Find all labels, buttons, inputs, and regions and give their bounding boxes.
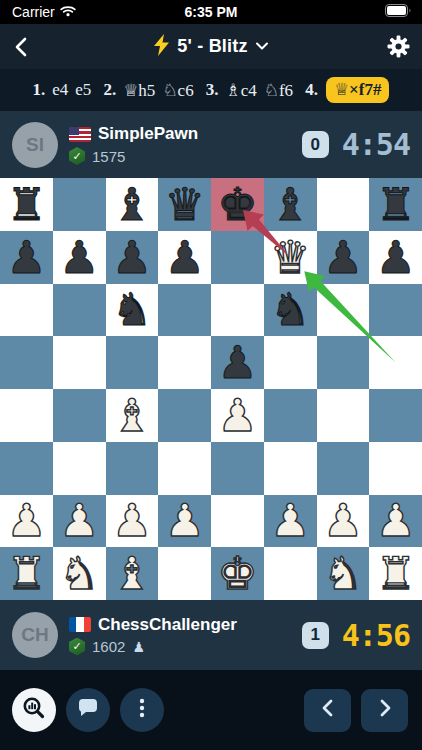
move-number: 2.	[103, 80, 116, 100]
verified-badge-icon: ✓	[69, 147, 85, 165]
player-clock: 4:56	[342, 618, 410, 653]
chat-bubble-icon	[76, 696, 100, 724]
square-f1[interactable]	[264, 547, 317, 600]
square-h4[interactable]	[369, 389, 422, 442]
chess-board[interactable]: ♜♝♛♚♝♜♟♟♟♟♛♟♟♞♞♟♝♟♟♟♟♟♟♟♟♜♞♝♚♞♜	[0, 178, 422, 600]
square-h5[interactable]	[369, 336, 422, 389]
square-a3[interactable]	[0, 442, 53, 495]
piece-black-p-a7: ♟	[6, 235, 46, 280]
avatar[interactable]: SI	[12, 122, 58, 168]
player-bar-black: SI SimplePawn ✓ 1575 0 4:54	[0, 111, 422, 178]
move-4-white-current[interactable]: ♕×f7#	[326, 77, 390, 103]
piece-white-n-g1: ♞	[323, 551, 363, 596]
square-e8[interactable]: ♚	[211, 178, 264, 231]
piece-black-k-e8: ♚	[217, 182, 257, 227]
piece-white-p-f2: ♟	[270, 498, 310, 543]
piece-black-n-f6: ♞	[270, 287, 310, 332]
score-badge: 0	[302, 131, 329, 158]
piece-white-p-c2: ♟	[112, 498, 152, 543]
move-1-black[interactable]: e5	[75, 80, 91, 100]
analysis-button[interactable]	[12, 688, 56, 732]
piece-white-b-c4: ♝	[112, 393, 152, 438]
verified-badge-icon: ✓	[69, 638, 85, 656]
square-c4[interactable]: ♝	[106, 389, 159, 442]
chat-button[interactable]	[66, 688, 110, 732]
square-e5[interactable]: ♟	[211, 336, 264, 389]
chess-board-wrap: ♜♝♛♚♝♜♟♟♟♟♛♟♟♞♞♟♝♟♟♟♟♟♟♟♟♜♞♝♚♞♜	[0, 178, 422, 600]
square-g4[interactable]	[317, 389, 370, 442]
status-bar: Carrier 6:35 PM	[0, 0, 422, 24]
square-f5[interactable]	[264, 336, 317, 389]
game-mode-title[interactable]: 5' - Blitz	[177, 36, 247, 57]
move-list: 1. e4 e5 2. ♕h5 ♘c6 3. ♗c4 ♘f6 4. ♕×f7#	[0, 69, 422, 111]
piece-black-q-d8: ♛	[164, 182, 204, 227]
square-e4[interactable]: ♟	[211, 389, 264, 442]
back-button[interactable]	[0, 24, 44, 69]
square-d8[interactable]: ♛	[158, 178, 211, 231]
square-b6[interactable]	[53, 284, 106, 337]
square-f4[interactable]	[264, 389, 317, 442]
piece-white-p-a2: ♟	[6, 498, 46, 543]
score-badge: 1	[302, 622, 329, 649]
square-b3[interactable]	[53, 442, 106, 495]
square-d3[interactable]	[158, 442, 211, 495]
player-name: SimplePawn	[98, 124, 198, 144]
square-f7[interactable]: ♛	[264, 231, 317, 284]
square-f6[interactable]: ♞	[264, 284, 317, 337]
piece-black-b-f8: ♝	[270, 182, 310, 227]
piece-white-p-h2: ♟	[375, 498, 415, 543]
piece-black-p-g7: ♟	[323, 235, 363, 280]
square-c6[interactable]: ♞	[106, 284, 159, 337]
square-f2[interactable]: ♟	[264, 495, 317, 548]
move-number: 4.	[305, 80, 318, 100]
square-h8[interactable]: ♜	[369, 178, 422, 231]
square-g8[interactable]	[317, 178, 370, 231]
square-b1[interactable]: ♞	[53, 547, 106, 600]
move-forward-button[interactable]	[361, 689, 408, 732]
square-g2[interactable]: ♟	[317, 495, 370, 548]
square-a7[interactable]: ♟	[0, 231, 53, 284]
square-a6[interactable]	[0, 284, 53, 337]
piece-black-p-c7: ♟	[112, 235, 152, 280]
player-bar-white: CH ChessChallenger ✓ 1602 ♟ 1 4:56	[0, 600, 422, 670]
square-a5[interactable]	[0, 336, 53, 389]
settings-gear-icon[interactable]	[374, 24, 422, 69]
nav-bar: 5' - Blitz	[0, 24, 422, 69]
square-e7[interactable]	[211, 231, 264, 284]
square-g3[interactable]	[317, 442, 370, 495]
square-a8[interactable]: ♜	[0, 178, 53, 231]
square-c8[interactable]: ♝	[106, 178, 159, 231]
analysis-magnifier-icon	[21, 695, 47, 725]
piece-white-b-c1: ♝	[112, 551, 152, 596]
piece-white-p-e4: ♟	[217, 393, 257, 438]
kebab-menu-icon	[130, 696, 154, 724]
square-d6[interactable]	[158, 284, 211, 337]
chevron-left-icon	[318, 697, 338, 723]
square-c1[interactable]: ♝	[106, 547, 159, 600]
avatar[interactable]: CH	[12, 612, 58, 658]
square-g5[interactable]	[317, 336, 370, 389]
piece-black-b-c8: ♝	[112, 182, 152, 227]
square-h6[interactable]	[369, 284, 422, 337]
piece-white-k-e1: ♚	[217, 551, 257, 596]
square-h1[interactable]: ♜	[369, 547, 422, 600]
move-2-white[interactable]: ♕h5	[123, 80, 155, 101]
move-3-white[interactable]: ♗c4	[225, 80, 256, 101]
square-h7[interactable]: ♟	[369, 231, 422, 284]
square-f8[interactable]: ♝	[264, 178, 317, 231]
chevron-down-icon[interactable]	[255, 38, 269, 56]
square-b8[interactable]	[53, 178, 106, 231]
piece-black-p-e5: ♟	[217, 340, 257, 385]
square-g7[interactable]: ♟	[317, 231, 370, 284]
square-b2[interactable]: ♟	[53, 495, 106, 548]
square-d5[interactable]	[158, 336, 211, 389]
move-2-black[interactable]: ♘c6	[162, 80, 193, 101]
piece-black-p-h7: ♟	[375, 235, 415, 280]
piece-white-q-f7: ♛	[270, 235, 310, 280]
square-e1[interactable]: ♚	[211, 547, 264, 600]
piece-white-r-h1: ♜	[375, 551, 415, 596]
square-b7[interactable]: ♟	[53, 231, 106, 284]
move-3-black[interactable]: ♘f6	[264, 80, 293, 101]
piece-white-p-g2: ♟	[323, 498, 363, 543]
square-d7[interactable]: ♟	[158, 231, 211, 284]
piece-white-p-b2: ♟	[59, 498, 99, 543]
lightning-bolt-icon	[153, 34, 170, 60]
square-e2[interactable]	[211, 495, 264, 548]
bottom-toolbar	[0, 670, 422, 750]
square-e6[interactable]	[211, 284, 264, 337]
piece-black-r-a8: ♜	[6, 182, 46, 227]
square-b4[interactable]	[53, 389, 106, 442]
move-1-white[interactable]: e4	[52, 80, 68, 100]
player-rating: 1575	[92, 148, 125, 165]
square-e3[interactable]	[211, 442, 264, 495]
menu-button[interactable]	[120, 688, 164, 732]
piece-white-n-b1: ♞	[59, 551, 99, 596]
move-number: 3.	[206, 80, 219, 100]
player-clock: 4:54	[342, 127, 410, 162]
move-back-button[interactable]	[304, 689, 351, 732]
square-d2[interactable]: ♟	[158, 495, 211, 548]
square-a1[interactable]: ♜	[0, 547, 53, 600]
player-rating: 1602	[92, 638, 125, 655]
piece-black-p-b7: ♟	[59, 235, 99, 280]
square-h2[interactable]: ♟	[369, 495, 422, 548]
square-f3[interactable]	[264, 442, 317, 495]
square-a2[interactable]: ♟	[0, 495, 53, 548]
square-c5[interactable]	[106, 336, 159, 389]
square-d4[interactable]	[158, 389, 211, 442]
square-g6[interactable]	[317, 284, 370, 337]
square-a4[interactable]	[0, 389, 53, 442]
flag-us-icon	[69, 127, 91, 142]
move-number: 1.	[33, 80, 46, 100]
square-b5[interactable]	[53, 336, 106, 389]
piece-black-p-d7: ♟	[164, 235, 204, 280]
square-c2[interactable]: ♟	[106, 495, 159, 548]
clock-time: 6:35 PM	[0, 4, 422, 20]
piece-white-p-d2: ♟	[164, 498, 204, 543]
player-name: ChessChallenger	[98, 615, 237, 635]
flag-fr-icon	[69, 617, 91, 632]
square-c7[interactable]: ♟	[106, 231, 159, 284]
square-g1[interactable]: ♞	[317, 547, 370, 600]
piece-black-r-h8: ♜	[375, 182, 415, 227]
white-side-pawn-icon: ♟	[132, 640, 145, 654]
piece-white-r-a1: ♜	[6, 551, 46, 596]
square-h3[interactable]	[369, 442, 422, 495]
square-c3[interactable]	[106, 442, 159, 495]
chevron-right-icon	[375, 697, 395, 723]
square-d1[interactable]	[158, 547, 211, 600]
piece-black-n-c6: ♞	[112, 287, 152, 332]
